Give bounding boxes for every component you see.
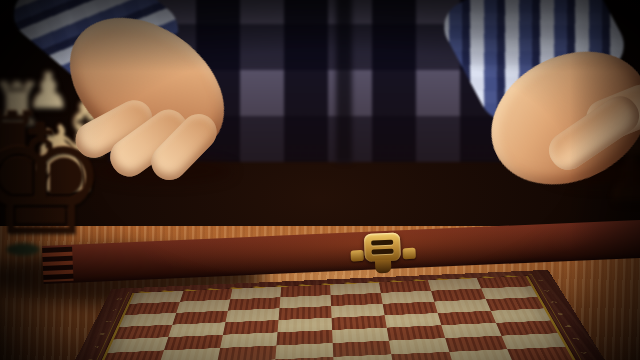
rank-label: 8 <box>530 275 552 286</box>
board-square[interactable] <box>449 349 513 360</box>
board-square[interactable] <box>507 347 573 360</box>
board-grid <box>87 276 582 360</box>
latch-screw-left <box>350 250 363 262</box>
board-square[interactable] <box>101 350 164 360</box>
rank-label: 3 <box>77 353 102 360</box>
board-square[interactable] <box>159 348 220 360</box>
latch-keeper <box>375 260 392 274</box>
latch-slot <box>371 249 393 255</box>
rank-label: 6 <box>542 296 565 308</box>
board-square[interactable] <box>391 352 453 360</box>
photo-scene: ♝♟ 87654321 87654321 ABCDEFGH WoodGood ♜… <box>0 0 640 360</box>
board-square[interactable] <box>217 345 276 360</box>
board-play-area <box>84 276 585 360</box>
rank-label: 7 <box>536 285 559 296</box>
latch-screw-right <box>402 248 415 260</box>
